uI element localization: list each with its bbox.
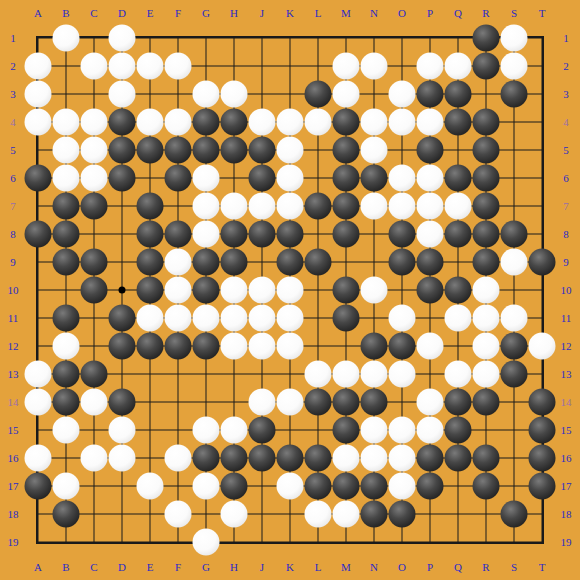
intersection-H4[interactable]	[220, 108, 248, 136]
intersection-S5[interactable]	[500, 136, 528, 164]
intersection-D4[interactable]	[108, 108, 136, 136]
intersection-K5[interactable]	[276, 136, 304, 164]
intersection-S16[interactable]	[500, 444, 528, 472]
intersection-K15[interactable]	[276, 416, 304, 444]
intersection-O9[interactable]	[388, 248, 416, 276]
intersection-M16[interactable]	[332, 444, 360, 472]
intersection-M11[interactable]	[332, 304, 360, 332]
intersection-M7[interactable]	[332, 192, 360, 220]
intersection-G8[interactable]	[192, 220, 220, 248]
intersection-B8[interactable]	[52, 220, 80, 248]
intersection-F9[interactable]	[164, 248, 192, 276]
intersection-S19[interactable]	[500, 528, 528, 556]
intersection-L6[interactable]	[304, 164, 332, 192]
intersection-P4[interactable]	[416, 108, 444, 136]
intersection-A8[interactable]	[24, 220, 52, 248]
intersection-O5[interactable]	[388, 136, 416, 164]
intersection-K13[interactable]	[276, 360, 304, 388]
intersection-F2[interactable]	[164, 52, 192, 80]
intersection-P17[interactable]	[416, 472, 444, 500]
intersection-C15[interactable]	[80, 416, 108, 444]
intersection-C5[interactable]	[80, 136, 108, 164]
intersection-H3[interactable]	[220, 80, 248, 108]
intersection-C17[interactable]	[80, 472, 108, 500]
intersection-O14[interactable]	[388, 388, 416, 416]
intersection-C12[interactable]	[80, 332, 108, 360]
intersection-L1[interactable]	[304, 24, 332, 52]
intersection-M3[interactable]	[332, 80, 360, 108]
intersection-T11[interactable]	[528, 304, 556, 332]
intersection-O7[interactable]	[388, 192, 416, 220]
intersection-L5[interactable]	[304, 136, 332, 164]
intersection-G13[interactable]	[192, 360, 220, 388]
intersection-E4[interactable]	[136, 108, 164, 136]
intersection-L2[interactable]	[304, 52, 332, 80]
intersection-T9[interactable]	[528, 248, 556, 276]
intersection-E1[interactable]	[136, 24, 164, 52]
intersection-G2[interactable]	[192, 52, 220, 80]
intersection-E12[interactable]	[136, 332, 164, 360]
intersection-F1[interactable]	[164, 24, 192, 52]
intersection-S10[interactable]	[500, 276, 528, 304]
intersection-M14[interactable]	[332, 388, 360, 416]
intersection-M6[interactable]	[332, 164, 360, 192]
intersection-A2[interactable]	[24, 52, 52, 80]
intersection-P19[interactable]	[416, 528, 444, 556]
intersection-H12[interactable]	[220, 332, 248, 360]
intersection-Q5[interactable]	[444, 136, 472, 164]
intersection-N5[interactable]	[360, 136, 388, 164]
intersection-N7[interactable]	[360, 192, 388, 220]
intersection-O4[interactable]	[388, 108, 416, 136]
intersection-O6[interactable]	[388, 164, 416, 192]
intersection-Q3[interactable]	[444, 80, 472, 108]
intersection-C8[interactable]	[80, 220, 108, 248]
intersection-A11[interactable]	[24, 304, 52, 332]
intersection-R2[interactable]	[472, 52, 500, 80]
intersection-L8[interactable]	[304, 220, 332, 248]
intersection-H13[interactable]	[220, 360, 248, 388]
intersection-B9[interactable]	[52, 248, 80, 276]
intersection-D1[interactable]	[108, 24, 136, 52]
intersection-C3[interactable]	[80, 80, 108, 108]
intersection-B14[interactable]	[52, 388, 80, 416]
intersection-L7[interactable]	[304, 192, 332, 220]
intersection-B12[interactable]	[52, 332, 80, 360]
intersection-S14[interactable]	[500, 388, 528, 416]
intersection-S15[interactable]	[500, 416, 528, 444]
intersection-L12[interactable]	[304, 332, 332, 360]
intersection-G7[interactable]	[192, 192, 220, 220]
intersection-T7[interactable]	[528, 192, 556, 220]
intersection-S11[interactable]	[500, 304, 528, 332]
intersection-C19[interactable]	[80, 528, 108, 556]
intersection-E15[interactable]	[136, 416, 164, 444]
intersection-T16[interactable]	[528, 444, 556, 472]
intersection-C7[interactable]	[80, 192, 108, 220]
intersection-A14[interactable]	[24, 388, 52, 416]
intersection-R10[interactable]	[472, 276, 500, 304]
intersection-R9[interactable]	[472, 248, 500, 276]
intersection-P13[interactable]	[416, 360, 444, 388]
intersection-S13[interactable]	[500, 360, 528, 388]
intersection-T15[interactable]	[528, 416, 556, 444]
intersection-N13[interactable]	[360, 360, 388, 388]
intersection-M18[interactable]	[332, 500, 360, 528]
intersection-L10[interactable]	[304, 276, 332, 304]
intersection-A7[interactable]	[24, 192, 52, 220]
intersection-T8[interactable]	[528, 220, 556, 248]
intersection-G9[interactable]	[192, 248, 220, 276]
intersection-A3[interactable]	[24, 80, 52, 108]
intersection-M5[interactable]	[332, 136, 360, 164]
intersection-R8[interactable]	[472, 220, 500, 248]
intersection-B1[interactable]	[52, 24, 80, 52]
intersection-N6[interactable]	[360, 164, 388, 192]
intersection-Q10[interactable]	[444, 276, 472, 304]
intersection-Q7[interactable]	[444, 192, 472, 220]
intersection-F12[interactable]	[164, 332, 192, 360]
intersection-L18[interactable]	[304, 500, 332, 528]
intersection-H1[interactable]	[220, 24, 248, 52]
intersection-F19[interactable]	[164, 528, 192, 556]
intersection-O3[interactable]	[388, 80, 416, 108]
intersection-B3[interactable]	[52, 80, 80, 108]
intersection-O17[interactable]	[388, 472, 416, 500]
intersection-R11[interactable]	[472, 304, 500, 332]
intersection-P2[interactable]	[416, 52, 444, 80]
intersection-T10[interactable]	[528, 276, 556, 304]
intersection-B5[interactable]	[52, 136, 80, 164]
intersection-N16[interactable]	[360, 444, 388, 472]
intersection-J3[interactable]	[248, 80, 276, 108]
intersection-B4[interactable]	[52, 108, 80, 136]
intersection-J7[interactable]	[248, 192, 276, 220]
intersection-B19[interactable]	[52, 528, 80, 556]
intersection-T4[interactable]	[528, 108, 556, 136]
intersection-H17[interactable]	[220, 472, 248, 500]
intersection-B7[interactable]	[52, 192, 80, 220]
intersection-T1[interactable]	[528, 24, 556, 52]
intersection-A10[interactable]	[24, 276, 52, 304]
intersection-G17[interactable]	[192, 472, 220, 500]
intersection-K4[interactable]	[276, 108, 304, 136]
intersection-S4[interactable]	[500, 108, 528, 136]
intersection-T14[interactable]	[528, 388, 556, 416]
intersection-H18[interactable]	[220, 500, 248, 528]
intersection-Q14[interactable]	[444, 388, 472, 416]
intersection-N3[interactable]	[360, 80, 388, 108]
intersection-A13[interactable]	[24, 360, 52, 388]
intersection-A18[interactable]	[24, 500, 52, 528]
intersection-N15[interactable]	[360, 416, 388, 444]
intersection-F3[interactable]	[164, 80, 192, 108]
intersection-L17[interactable]	[304, 472, 332, 500]
intersection-E3[interactable]	[136, 80, 164, 108]
intersection-E5[interactable]	[136, 136, 164, 164]
intersection-F7[interactable]	[164, 192, 192, 220]
intersection-N12[interactable]	[360, 332, 388, 360]
intersection-Q2[interactable]	[444, 52, 472, 80]
intersection-C18[interactable]	[80, 500, 108, 528]
intersection-E9[interactable]	[136, 248, 164, 276]
intersection-E14[interactable]	[136, 388, 164, 416]
intersection-F16[interactable]	[164, 444, 192, 472]
intersection-T3[interactable]	[528, 80, 556, 108]
intersection-O8[interactable]	[388, 220, 416, 248]
intersection-P6[interactable]	[416, 164, 444, 192]
intersection-D14[interactable]	[108, 388, 136, 416]
intersection-F6[interactable]	[164, 164, 192, 192]
intersection-B2[interactable]	[52, 52, 80, 80]
intersection-K17[interactable]	[276, 472, 304, 500]
intersection-F14[interactable]	[164, 388, 192, 416]
intersection-G15[interactable]	[192, 416, 220, 444]
intersection-S18[interactable]	[500, 500, 528, 528]
intersection-P12[interactable]	[416, 332, 444, 360]
intersection-R17[interactable]	[472, 472, 500, 500]
intersection-K9[interactable]	[276, 248, 304, 276]
intersection-D8[interactable]	[108, 220, 136, 248]
intersection-J11[interactable]	[248, 304, 276, 332]
intersection-H5[interactable]	[220, 136, 248, 164]
intersection-Q12[interactable]	[444, 332, 472, 360]
intersection-E16[interactable]	[136, 444, 164, 472]
intersection-P1[interactable]	[416, 24, 444, 52]
intersection-H7[interactable]	[220, 192, 248, 220]
intersection-T12[interactable]	[528, 332, 556, 360]
intersection-L15[interactable]	[304, 416, 332, 444]
intersection-P8[interactable]	[416, 220, 444, 248]
intersection-S8[interactable]	[500, 220, 528, 248]
intersection-M15[interactable]	[332, 416, 360, 444]
intersection-L9[interactable]	[304, 248, 332, 276]
intersection-K2[interactable]	[276, 52, 304, 80]
intersection-H11[interactable]	[220, 304, 248, 332]
intersection-K7[interactable]	[276, 192, 304, 220]
intersection-M17[interactable]	[332, 472, 360, 500]
intersection-E17[interactable]	[136, 472, 164, 500]
intersection-B10[interactable]	[52, 276, 80, 304]
intersection-C4[interactable]	[80, 108, 108, 136]
intersection-K10[interactable]	[276, 276, 304, 304]
intersection-H15[interactable]	[220, 416, 248, 444]
intersection-C1[interactable]	[80, 24, 108, 52]
intersection-Q13[interactable]	[444, 360, 472, 388]
intersection-P5[interactable]	[416, 136, 444, 164]
intersection-B16[interactable]	[52, 444, 80, 472]
intersection-D6[interactable]	[108, 164, 136, 192]
intersection-M2[interactable]	[332, 52, 360, 80]
intersection-D12[interactable]	[108, 332, 136, 360]
intersection-D16[interactable]	[108, 444, 136, 472]
intersection-B18[interactable]	[52, 500, 80, 528]
intersection-C16[interactable]	[80, 444, 108, 472]
intersection-K1[interactable]	[276, 24, 304, 52]
intersection-J6[interactable]	[248, 164, 276, 192]
intersection-B17[interactable]	[52, 472, 80, 500]
intersection-A1[interactable]	[24, 24, 52, 52]
intersection-J2[interactable]	[248, 52, 276, 80]
intersection-R13[interactable]	[472, 360, 500, 388]
intersection-B11[interactable]	[52, 304, 80, 332]
intersection-L16[interactable]	[304, 444, 332, 472]
intersection-M1[interactable]	[332, 24, 360, 52]
intersection-R4[interactable]	[472, 108, 500, 136]
intersection-J4[interactable]	[248, 108, 276, 136]
intersection-K19[interactable]	[276, 528, 304, 556]
intersection-R16[interactable]	[472, 444, 500, 472]
intersection-H10[interactable]	[220, 276, 248, 304]
intersection-G1[interactable]	[192, 24, 220, 52]
intersection-A9[interactable]	[24, 248, 52, 276]
intersection-O13[interactable]	[388, 360, 416, 388]
intersection-A12[interactable]	[24, 332, 52, 360]
intersection-O12[interactable]	[388, 332, 416, 360]
intersection-P16[interactable]	[416, 444, 444, 472]
intersection-N10[interactable]	[360, 276, 388, 304]
intersection-F17[interactable]	[164, 472, 192, 500]
intersection-O19[interactable]	[388, 528, 416, 556]
intersection-A6[interactable]	[24, 164, 52, 192]
intersection-D9[interactable]	[108, 248, 136, 276]
intersection-E13[interactable]	[136, 360, 164, 388]
intersection-R1[interactable]	[472, 24, 500, 52]
intersection-F15[interactable]	[164, 416, 192, 444]
intersection-C11[interactable]	[80, 304, 108, 332]
intersection-D19[interactable]	[108, 528, 136, 556]
intersection-A5[interactable]	[24, 136, 52, 164]
intersection-G3[interactable]	[192, 80, 220, 108]
intersection-C9[interactable]	[80, 248, 108, 276]
intersection-N1[interactable]	[360, 24, 388, 52]
intersection-T17[interactable]	[528, 472, 556, 500]
intersection-G6[interactable]	[192, 164, 220, 192]
intersection-O18[interactable]	[388, 500, 416, 528]
intersection-Q16[interactable]	[444, 444, 472, 472]
intersection-Q15[interactable]	[444, 416, 472, 444]
intersection-K14[interactable]	[276, 388, 304, 416]
intersection-Q6[interactable]	[444, 164, 472, 192]
intersection-A16[interactable]	[24, 444, 52, 472]
intersection-S6[interactable]	[500, 164, 528, 192]
intersection-R19[interactable]	[472, 528, 500, 556]
intersection-N19[interactable]	[360, 528, 388, 556]
intersection-T19[interactable]	[528, 528, 556, 556]
intersection-O2[interactable]	[388, 52, 416, 80]
intersection-L19[interactable]	[304, 528, 332, 556]
intersection-B15[interactable]	[52, 416, 80, 444]
intersection-L13[interactable]	[304, 360, 332, 388]
intersection-D7[interactable]	[108, 192, 136, 220]
intersection-M9[interactable]	[332, 248, 360, 276]
intersection-T5[interactable]	[528, 136, 556, 164]
intersection-E8[interactable]	[136, 220, 164, 248]
intersection-D10[interactable]	[108, 276, 136, 304]
intersection-P7[interactable]	[416, 192, 444, 220]
intersection-P3[interactable]	[416, 80, 444, 108]
intersection-N9[interactable]	[360, 248, 388, 276]
intersection-K11[interactable]	[276, 304, 304, 332]
intersection-S1[interactable]	[500, 24, 528, 52]
intersection-S9[interactable]	[500, 248, 528, 276]
intersection-E11[interactable]	[136, 304, 164, 332]
intersection-H9[interactable]	[220, 248, 248, 276]
intersection-F5[interactable]	[164, 136, 192, 164]
intersection-Q18[interactable]	[444, 500, 472, 528]
intersection-L4[interactable]	[304, 108, 332, 136]
intersection-T18[interactable]	[528, 500, 556, 528]
intersection-J9[interactable]	[248, 248, 276, 276]
intersection-J1[interactable]	[248, 24, 276, 52]
intersection-C10[interactable]	[80, 276, 108, 304]
intersection-J5[interactable]	[248, 136, 276, 164]
intersection-E18[interactable]	[136, 500, 164, 528]
intersection-J10[interactable]	[248, 276, 276, 304]
intersection-G16[interactable]	[192, 444, 220, 472]
intersection-G4[interactable]	[192, 108, 220, 136]
intersection-L3[interactable]	[304, 80, 332, 108]
intersection-D11[interactable]	[108, 304, 136, 332]
intersection-M10[interactable]	[332, 276, 360, 304]
intersection-Q19[interactable]	[444, 528, 472, 556]
intersection-A17[interactable]	[24, 472, 52, 500]
intersection-J12[interactable]	[248, 332, 276, 360]
intersection-D13[interactable]	[108, 360, 136, 388]
intersection-G19[interactable]	[192, 528, 220, 556]
intersection-R18[interactable]	[472, 500, 500, 528]
intersection-H19[interactable]	[220, 528, 248, 556]
intersection-Q8[interactable]	[444, 220, 472, 248]
intersection-R6[interactable]	[472, 164, 500, 192]
intersection-H14[interactable]	[220, 388, 248, 416]
intersection-M19[interactable]	[332, 528, 360, 556]
intersection-M8[interactable]	[332, 220, 360, 248]
intersection-D2[interactable]	[108, 52, 136, 80]
intersection-Q9[interactable]	[444, 248, 472, 276]
intersection-O15[interactable]	[388, 416, 416, 444]
intersection-K6[interactable]	[276, 164, 304, 192]
intersection-M12[interactable]	[332, 332, 360, 360]
intersection-K8[interactable]	[276, 220, 304, 248]
intersection-R3[interactable]	[472, 80, 500, 108]
intersection-D15[interactable]	[108, 416, 136, 444]
intersection-D5[interactable]	[108, 136, 136, 164]
intersection-O1[interactable]	[388, 24, 416, 52]
intersection-A15[interactable]	[24, 416, 52, 444]
intersection-K3[interactable]	[276, 80, 304, 108]
intersection-H8[interactable]	[220, 220, 248, 248]
intersection-G11[interactable]	[192, 304, 220, 332]
intersection-J17[interactable]	[248, 472, 276, 500]
intersection-J19[interactable]	[248, 528, 276, 556]
intersection-F18[interactable]	[164, 500, 192, 528]
intersection-N8[interactable]	[360, 220, 388, 248]
intersection-J13[interactable]	[248, 360, 276, 388]
intersection-F13[interactable]	[164, 360, 192, 388]
intersection-G12[interactable]	[192, 332, 220, 360]
intersection-P10[interactable]	[416, 276, 444, 304]
intersection-O16[interactable]	[388, 444, 416, 472]
intersection-R15[interactable]	[472, 416, 500, 444]
intersection-J8[interactable]	[248, 220, 276, 248]
intersection-L14[interactable]	[304, 388, 332, 416]
intersection-E7[interactable]	[136, 192, 164, 220]
intersection-C6[interactable]	[80, 164, 108, 192]
intersection-T13[interactable]	[528, 360, 556, 388]
intersection-F11[interactable]	[164, 304, 192, 332]
intersection-H16[interactable]	[220, 444, 248, 472]
